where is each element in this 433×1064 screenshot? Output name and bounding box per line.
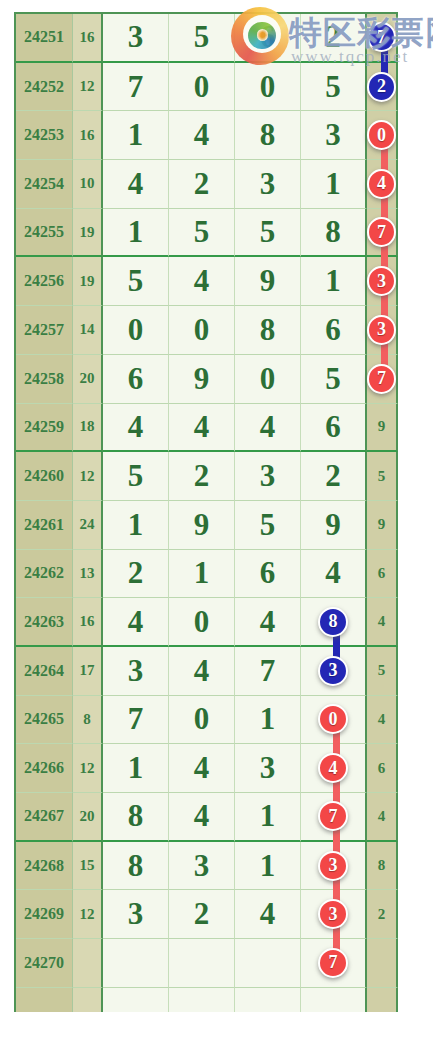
- trend-marker-red: 0: [318, 704, 348, 734]
- digit2-cell: 2: [169, 890, 235, 939]
- digit1-cell: 2: [103, 550, 169, 599]
- trend-marker-red: 7: [367, 364, 396, 394]
- last-cell: 2: [367, 890, 398, 939]
- digit4-cell: 1: [301, 257, 367, 306]
- period-cell: 24265: [16, 696, 73, 745]
- digit3-cell: 3: [235, 160, 301, 209]
- digit1-cell: 1: [103, 209, 169, 258]
- digit1-cell: 5: [103, 257, 169, 306]
- period-cell: 24259: [16, 404, 73, 453]
- trend-marker-red: 4: [367, 169, 396, 199]
- last-cell: [367, 939, 398, 988]
- digit3-cell: 8: [235, 306, 301, 355]
- digit1-cell: 6: [103, 355, 169, 404]
- trend-marker-red: 3: [318, 851, 348, 881]
- last-cell: 4: [367, 793, 398, 842]
- last-cell: 8: [367, 842, 398, 891]
- digit1-cell: 5: [103, 452, 169, 501]
- digit3-cell: 3: [235, 452, 301, 501]
- period-cell: 24257: [16, 306, 73, 355]
- trend-marker-red: 7: [318, 948, 348, 978]
- digit3-cell: 8: [235, 111, 301, 160]
- period-cell: 24266: [16, 744, 73, 793]
- digit4-cell: 6: [301, 306, 367, 355]
- digit1-cell: 8: [103, 842, 169, 891]
- trend-marker-red: 0: [367, 120, 396, 150]
- trend-marker-red: 3: [318, 899, 348, 929]
- digit2-cell: 4: [169, 647, 235, 696]
- digit1-cell: 8: [103, 793, 169, 842]
- digit2-cell: 9: [169, 501, 235, 550]
- digit4-cell: 1: [301, 160, 367, 209]
- digit4-cell: 5: [301, 355, 367, 404]
- digit1-cell: 1: [103, 501, 169, 550]
- sum-cell: 13: [73, 550, 103, 599]
- sum-cell: 19: [73, 209, 103, 258]
- sum-cell: 15: [73, 842, 103, 891]
- digit2-cell: 4: [169, 793, 235, 842]
- sum-cell: 20: [73, 793, 103, 842]
- sum-cell: 10: [73, 160, 103, 209]
- digit4-cell: 6: [301, 404, 367, 453]
- partial-row-cell: [169, 988, 235, 1012]
- period-cell: 24251: [16, 14, 73, 63]
- last-cell: 4: [367, 598, 398, 647]
- digit2-cell: 4: [169, 111, 235, 160]
- trend-marker-blue: 3: [318, 656, 348, 686]
- period-cell: 24253: [16, 111, 73, 160]
- trend-table: 2425116356272425212700522425316148302425…: [14, 12, 398, 1012]
- period-cell: 24262: [16, 550, 73, 599]
- digit3-cell: 0: [235, 63, 301, 112]
- digit1-cell: 3: [103, 890, 169, 939]
- digit4-cell: 8: [301, 209, 367, 258]
- digit1-cell: [103, 939, 169, 988]
- partial-row-cell: [16, 988, 73, 1012]
- last-cell: 6: [367, 744, 398, 793]
- digit3-cell: 7: [235, 647, 301, 696]
- digit4-cell: 4: [301, 550, 367, 599]
- period-cell: 24252: [16, 63, 73, 112]
- digit2-cell: 9: [169, 355, 235, 404]
- last-cell: 5: [367, 647, 398, 696]
- period-cell: 24255: [16, 209, 73, 258]
- trend-marker-blue: 2: [367, 72, 396, 102]
- period-cell: 24267: [16, 793, 73, 842]
- digit3-cell: 1: [235, 842, 301, 891]
- period-cell: 24254: [16, 160, 73, 209]
- digit3-cell: 9: [235, 257, 301, 306]
- digit3-cell: 1: [235, 696, 301, 745]
- digit1-cell: 7: [103, 696, 169, 745]
- last-cell: 9: [367, 501, 398, 550]
- sum-cell: 20: [73, 355, 103, 404]
- trend-marker-red: 7: [367, 217, 396, 247]
- sum-cell: 18: [73, 404, 103, 453]
- digit3-cell: 4: [235, 598, 301, 647]
- digit3-cell: 0: [235, 355, 301, 404]
- digit2-cell: 5: [169, 14, 235, 63]
- digit1-cell: 1: [103, 111, 169, 160]
- digit4-cell: 3: [301, 111, 367, 160]
- digit1-cell: 4: [103, 404, 169, 453]
- digit1-cell: 7: [103, 63, 169, 112]
- digit2-cell: 5: [169, 209, 235, 258]
- digit2-cell: 0: [169, 598, 235, 647]
- digit3-cell: 3: [235, 744, 301, 793]
- partial-row-cell: [73, 988, 103, 1012]
- digit1-cell: 0: [103, 306, 169, 355]
- sum-cell: 19: [73, 257, 103, 306]
- digit1-cell: 4: [103, 160, 169, 209]
- digit3-cell: [235, 939, 301, 988]
- lottery-trend-chart-page: 2425116356272425212700522425316148302425…: [0, 0, 433, 1064]
- digit3-cell: 1: [235, 793, 301, 842]
- digit2-cell: 0: [169, 63, 235, 112]
- trend-marker-blue: 7: [367, 22, 396, 52]
- digit1-cell: 3: [103, 647, 169, 696]
- digit2-cell: [169, 939, 235, 988]
- sum-cell: 12: [73, 63, 103, 112]
- trend-marker-blue: 8: [318, 607, 348, 637]
- sum-cell: 17: [73, 647, 103, 696]
- last-cell: 9: [367, 404, 398, 453]
- last-cell: 4: [367, 696, 398, 745]
- partial-row-cell: [235, 988, 301, 1012]
- trend-marker-red: 7: [318, 801, 348, 831]
- sum-cell: 12: [73, 452, 103, 501]
- digit3-cell: 5: [235, 209, 301, 258]
- partial-row-cell: [103, 988, 169, 1012]
- digit2-cell: 2: [169, 452, 235, 501]
- digit4-cell: 5: [301, 63, 367, 112]
- sum-cell: 14: [73, 306, 103, 355]
- last-cell: 5: [367, 452, 398, 501]
- digit4-cell: 2: [301, 452, 367, 501]
- digit1-cell: 1: [103, 744, 169, 793]
- sum-cell: 8: [73, 696, 103, 745]
- digit2-cell: 4: [169, 257, 235, 306]
- sum-cell: 12: [73, 744, 103, 793]
- digit4-cell: 2: [301, 14, 367, 63]
- period-cell: 24270: [16, 939, 73, 988]
- digit3-cell: 4: [235, 890, 301, 939]
- sum-cell: 16: [73, 111, 103, 160]
- trend-marker-red: 4: [318, 753, 348, 783]
- period-cell: 24258: [16, 355, 73, 404]
- digit4-cell: 9: [301, 501, 367, 550]
- period-cell: 24260: [16, 452, 73, 501]
- sum-cell: 16: [73, 14, 103, 63]
- digit2-cell: 4: [169, 404, 235, 453]
- partial-row-cell: [301, 988, 367, 1012]
- digit3-cell: 6: [235, 550, 301, 599]
- last-cell: 6: [367, 550, 398, 599]
- digit2-cell: 2: [169, 160, 235, 209]
- digit2-cell: 0: [169, 306, 235, 355]
- period-cell: 24261: [16, 501, 73, 550]
- partial-row-cell: [367, 988, 398, 1012]
- digit1-cell: 3: [103, 14, 169, 63]
- trend-marker-red: 3: [367, 315, 396, 345]
- digit2-cell: 3: [169, 842, 235, 891]
- period-cell: 24264: [16, 647, 73, 696]
- digit3-cell: 6: [235, 14, 301, 63]
- sum-cell: [73, 939, 103, 988]
- period-cell: 24263: [16, 598, 73, 647]
- period-cell: 24268: [16, 842, 73, 891]
- sum-cell: 24: [73, 501, 103, 550]
- period-cell: 24256: [16, 257, 73, 306]
- digit2-cell: 0: [169, 696, 235, 745]
- digit2-cell: 1: [169, 550, 235, 599]
- digit3-cell: 5: [235, 501, 301, 550]
- sum-cell: 16: [73, 598, 103, 647]
- digit2-cell: 4: [169, 744, 235, 793]
- sum-cell: 12: [73, 890, 103, 939]
- digit1-cell: 4: [103, 598, 169, 647]
- period-cell: 24269: [16, 890, 73, 939]
- trend-marker-red: 3: [367, 266, 396, 296]
- digit3-cell: 4: [235, 404, 301, 453]
